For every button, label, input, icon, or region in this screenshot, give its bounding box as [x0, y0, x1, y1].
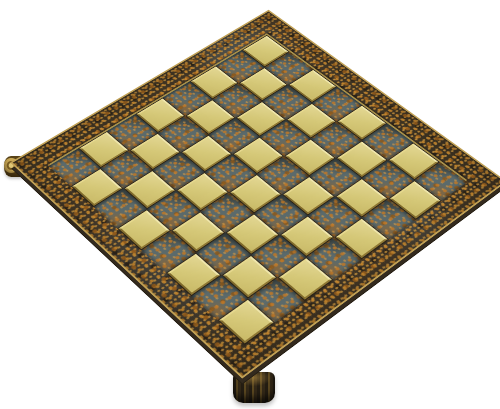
square-e4	[229, 174, 282, 213]
brass-tile	[223, 255, 277, 297]
square-h5	[334, 218, 389, 260]
square-h3	[277, 257, 333, 301]
square-e2	[171, 211, 225, 252]
square-f2	[196, 233, 251, 275]
chessboard-border	[10, 10, 500, 379]
brass-tile	[279, 258, 333, 300]
square-f3	[225, 213, 279, 254]
product-photo	[0, 0, 500, 409]
square-e1	[141, 231, 196, 273]
square-d2	[147, 190, 200, 230]
square-d3	[176, 172, 229, 211]
brass-tile	[219, 299, 274, 343]
field-brass-trim	[49, 33, 467, 342]
square-g1	[191, 275, 248, 320]
brass-tile	[167, 253, 220, 295]
brass-tile	[230, 175, 281, 213]
square-h2	[248, 278, 305, 323]
square-h4	[306, 237, 361, 280]
square-e3	[200, 192, 254, 232]
brass-tile	[389, 181, 440, 219]
brass-tile	[335, 218, 387, 258]
brass-tile	[177, 173, 228, 211]
brass-tile	[281, 216, 333, 256]
square-g3	[251, 235, 306, 278]
square-h6	[362, 199, 416, 240]
square-f1	[166, 253, 222, 297]
brass-tile	[118, 210, 170, 250]
brass-tile	[283, 177, 334, 215]
square-c1	[94, 188, 147, 228]
square-g2	[222, 255, 278, 299]
square-f4	[254, 195, 308, 235]
square-g6	[335, 178, 388, 218]
square-g4	[280, 216, 335, 258]
square-b1	[71, 168, 124, 207]
brass-tile	[72, 169, 122, 206]
square-h1	[218, 299, 275, 345]
square-h7	[388, 180, 441, 220]
square-d1	[117, 209, 171, 250]
brass-tile	[336, 179, 387, 217]
square-c2	[123, 170, 176, 209]
brass-tile	[227, 214, 279, 254]
chessboard-3d-scene	[10, 10, 500, 379]
brass-tile	[172, 212, 224, 252]
brass-tile	[125, 171, 176, 209]
square-f5	[282, 176, 335, 215]
playing-field	[49, 35, 468, 345]
square-g5	[308, 197, 362, 238]
